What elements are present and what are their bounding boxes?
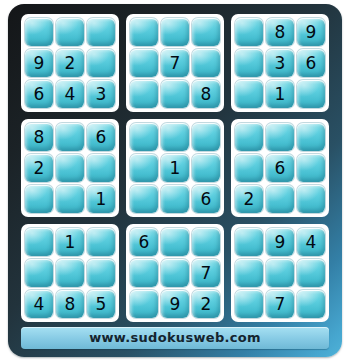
cell-r4c9[interactable] bbox=[297, 123, 325, 151]
cell-r2c6[interactable] bbox=[192, 49, 220, 77]
cell-r3c4[interactable] bbox=[130, 80, 158, 108]
sudoku-board: 9264378893618621166214856792947 bbox=[21, 14, 329, 322]
cell-r9c9[interactable] bbox=[297, 290, 325, 318]
cell-r1c2[interactable] bbox=[56, 18, 84, 46]
cell-r9c7[interactable] bbox=[235, 290, 263, 318]
box-9: 947 bbox=[231, 224, 329, 322]
box-7: 1485 bbox=[21, 224, 119, 322]
cell-r8c9[interactable] bbox=[297, 259, 325, 287]
cell-r5c1: 2 bbox=[25, 154, 53, 182]
cell-r9c1: 4 bbox=[25, 290, 53, 318]
cell-r1c5[interactable] bbox=[161, 18, 189, 46]
cell-r4c4[interactable] bbox=[130, 123, 158, 151]
site-url[interactable]: www.sudokusweb.com bbox=[89, 330, 261, 345]
cell-r5c4[interactable] bbox=[130, 154, 158, 182]
cell-r3c8: 1 bbox=[266, 80, 294, 108]
cell-r4c5[interactable] bbox=[161, 123, 189, 151]
cell-r2c7[interactable] bbox=[235, 49, 263, 77]
cell-r9c2: 8 bbox=[56, 290, 84, 318]
cell-r7c2: 1 bbox=[56, 228, 84, 256]
box-4: 8621 bbox=[21, 119, 119, 217]
cell-r3c7[interactable] bbox=[235, 80, 263, 108]
box-8: 6792 bbox=[126, 224, 224, 322]
cell-r5c3[interactable] bbox=[87, 154, 115, 182]
cell-r4c1: 8 bbox=[25, 123, 53, 151]
cell-r3c3: 3 bbox=[87, 80, 115, 108]
cell-r6c1[interactable] bbox=[25, 185, 53, 213]
cell-r2c9: 6 bbox=[297, 49, 325, 77]
cell-r6c6: 6 bbox=[192, 185, 220, 213]
cell-r1c3[interactable] bbox=[87, 18, 115, 46]
cell-r3c5[interactable] bbox=[161, 80, 189, 108]
cell-r5c8: 6 bbox=[266, 154, 294, 182]
cell-r8c3[interactable] bbox=[87, 259, 115, 287]
cell-r3c9[interactable] bbox=[297, 80, 325, 108]
cell-r6c9[interactable] bbox=[297, 185, 325, 213]
cell-r1c4[interactable] bbox=[130, 18, 158, 46]
cell-r2c8: 3 bbox=[266, 49, 294, 77]
cell-r3c2: 4 bbox=[56, 80, 84, 108]
cell-r7c6[interactable] bbox=[192, 228, 220, 256]
cell-r5c9[interactable] bbox=[297, 154, 325, 182]
cell-r8c5[interactable] bbox=[161, 259, 189, 287]
cell-r4c8[interactable] bbox=[266, 123, 294, 151]
cell-r6c8[interactable] bbox=[266, 185, 294, 213]
cell-r5c7[interactable] bbox=[235, 154, 263, 182]
cell-r9c8: 7 bbox=[266, 290, 294, 318]
cell-r6c4[interactable] bbox=[130, 185, 158, 213]
cell-r2c3[interactable] bbox=[87, 49, 115, 77]
cell-r2c1: 9 bbox=[25, 49, 53, 77]
cell-r5c2[interactable] bbox=[56, 154, 84, 182]
cell-r5c6[interactable] bbox=[192, 154, 220, 182]
cell-r9c4[interactable] bbox=[130, 290, 158, 318]
cell-r4c2[interactable] bbox=[56, 123, 84, 151]
cell-r5c5: 1 bbox=[161, 154, 189, 182]
cell-r1c9: 9 bbox=[297, 18, 325, 46]
cell-r8c2[interactable] bbox=[56, 259, 84, 287]
cell-r7c3[interactable] bbox=[87, 228, 115, 256]
cell-r7c7[interactable] bbox=[235, 228, 263, 256]
cell-r4c3: 6 bbox=[87, 123, 115, 151]
cell-r8c7[interactable] bbox=[235, 259, 263, 287]
cell-r7c4: 6 bbox=[130, 228, 158, 256]
cell-r8c6: 7 bbox=[192, 259, 220, 287]
cell-r2c5: 7 bbox=[161, 49, 189, 77]
cell-r4c6[interactable] bbox=[192, 123, 220, 151]
cell-r7c9: 4 bbox=[297, 228, 325, 256]
cell-r6c2[interactable] bbox=[56, 185, 84, 213]
cell-r8c4[interactable] bbox=[130, 259, 158, 287]
box-3: 89361 bbox=[231, 14, 329, 112]
cell-r3c1: 6 bbox=[25, 80, 53, 108]
cell-r7c1[interactable] bbox=[25, 228, 53, 256]
cell-r1c6[interactable] bbox=[192, 18, 220, 46]
cell-r1c1[interactable] bbox=[25, 18, 53, 46]
cell-r2c4[interactable] bbox=[130, 49, 158, 77]
cell-r7c5[interactable] bbox=[161, 228, 189, 256]
cell-r1c7[interactable] bbox=[235, 18, 263, 46]
cell-r9c6: 2 bbox=[192, 290, 220, 318]
cell-r8c8[interactable] bbox=[266, 259, 294, 287]
cell-r7c8: 9 bbox=[266, 228, 294, 256]
cell-r9c5: 9 bbox=[161, 290, 189, 318]
cell-r1c8: 8 bbox=[266, 18, 294, 46]
cell-r4c7[interactable] bbox=[235, 123, 263, 151]
board-frame: 9264378893618621166214856792947 www.sudo… bbox=[8, 4, 342, 357]
cell-r6c5[interactable] bbox=[161, 185, 189, 213]
cell-r6c7: 2 bbox=[235, 185, 263, 213]
cell-r8c1[interactable] bbox=[25, 259, 53, 287]
cell-r9c3: 5 bbox=[87, 290, 115, 318]
box-5: 16 bbox=[126, 119, 224, 217]
cell-r3c6: 8 bbox=[192, 80, 220, 108]
cell-r2c2: 2 bbox=[56, 49, 84, 77]
box-1: 92643 bbox=[21, 14, 119, 112]
box-6: 62 bbox=[231, 119, 329, 217]
site-footer: www.sudokusweb.com bbox=[21, 327, 329, 349]
cell-r6c3: 1 bbox=[87, 185, 115, 213]
box-2: 78 bbox=[126, 14, 224, 112]
